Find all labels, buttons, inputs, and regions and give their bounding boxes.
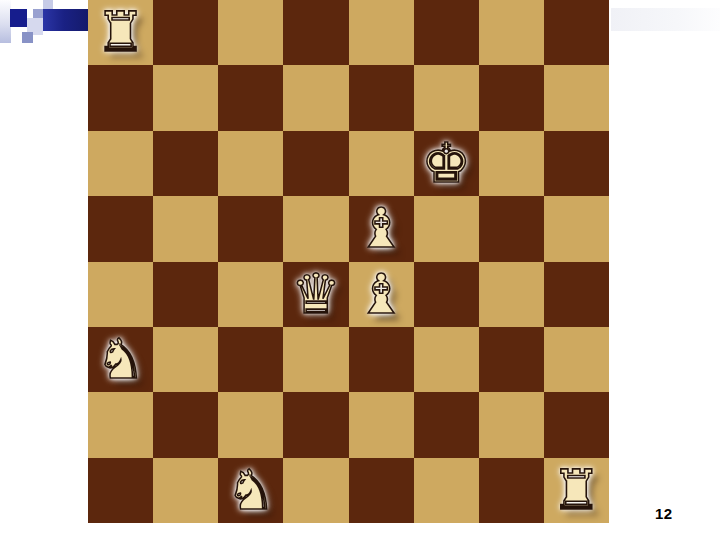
square-b2[interactable] [153, 392, 218, 457]
square-h7[interactable] [544, 65, 609, 130]
square-a4[interactable] [88, 262, 153, 327]
white-king[interactable]: ♚ [414, 131, 479, 196]
square-e6[interactable] [349, 131, 414, 196]
square-c7[interactable] [218, 65, 283, 130]
square-h8[interactable] [544, 0, 609, 65]
square-g3[interactable] [479, 327, 544, 392]
square-h2[interactable] [544, 392, 609, 457]
square-d7[interactable] [283, 65, 348, 130]
square-d1[interactable] [283, 458, 348, 523]
square-b4[interactable] [153, 262, 218, 327]
square-d2[interactable] [283, 392, 348, 457]
decoration-navy-square [10, 9, 27, 27]
square-e5[interactable]: ♝ [349, 196, 414, 261]
square-g6[interactable] [479, 131, 544, 196]
square-f4[interactable] [414, 262, 479, 327]
decoration-top-right-bar [611, 8, 720, 31]
square-h3[interactable] [544, 327, 609, 392]
square-h6[interactable] [544, 131, 609, 196]
square-a1[interactable] [88, 458, 153, 523]
square-h5[interactable] [544, 196, 609, 261]
square-d3[interactable] [283, 327, 348, 392]
white-rook[interactable]: ♜ [88, 0, 153, 65]
square-a5[interactable] [88, 196, 153, 261]
white-knight[interactable]: ♞ [88, 327, 153, 392]
square-a2[interactable] [88, 392, 153, 457]
square-d5[interactable] [283, 196, 348, 261]
square-d8[interactable] [283, 0, 348, 65]
square-a8[interactable]: ♜ [88, 0, 153, 65]
chess-board: ♜♚♝♛♝♞♞♜ [88, 0, 609, 523]
white-knight[interactable]: ♞ [218, 458, 283, 523]
white-bishop[interactable]: ♝ [349, 196, 414, 261]
square-c1[interactable]: ♞ [218, 458, 283, 523]
square-b3[interactable] [153, 327, 218, 392]
square-c3[interactable] [218, 327, 283, 392]
square-a6[interactable] [88, 131, 153, 196]
square-g4[interactable] [479, 262, 544, 327]
square-h4[interactable] [544, 262, 609, 327]
square-f6[interactable]: ♚ [414, 131, 479, 196]
square-a7[interactable] [88, 65, 153, 130]
square-c2[interactable] [218, 392, 283, 457]
square-a3[interactable]: ♞ [88, 327, 153, 392]
square-f7[interactable] [414, 65, 479, 130]
square-f2[interactable] [414, 392, 479, 457]
square-b5[interactable] [153, 196, 218, 261]
square-g8[interactable] [479, 0, 544, 65]
square-e4[interactable]: ♝ [349, 262, 414, 327]
white-rook[interactable]: ♜ [544, 458, 609, 523]
square-f8[interactable] [414, 0, 479, 65]
square-c5[interactable] [218, 196, 283, 261]
square-g5[interactable] [479, 196, 544, 261]
square-g7[interactable] [479, 65, 544, 130]
square-c6[interactable] [218, 131, 283, 196]
square-e3[interactable] [349, 327, 414, 392]
square-c4[interactable] [218, 262, 283, 327]
square-b6[interactable] [153, 131, 218, 196]
decoration-periwinkle-square-low [22, 32, 33, 43]
square-d6[interactable] [283, 131, 348, 196]
white-bishop[interactable]: ♝ [349, 262, 414, 327]
square-b8[interactable] [153, 0, 218, 65]
square-e7[interactable] [349, 65, 414, 130]
square-e1[interactable] [349, 458, 414, 523]
square-b1[interactable] [153, 458, 218, 523]
white-queen[interactable]: ♛ [283, 262, 348, 327]
slide-page-number: 12 [655, 505, 673, 522]
square-h1[interactable]: ♜ [544, 458, 609, 523]
square-f1[interactable] [414, 458, 479, 523]
square-b7[interactable] [153, 65, 218, 130]
square-f3[interactable] [414, 327, 479, 392]
square-d4[interactable]: ♛ [283, 262, 348, 327]
square-c8[interactable] [218, 0, 283, 65]
square-e2[interactable] [349, 392, 414, 457]
square-g2[interactable] [479, 392, 544, 457]
square-e8[interactable] [349, 0, 414, 65]
decoration-navy-bar [43, 9, 89, 31]
square-f5[interactable] [414, 196, 479, 261]
square-g1[interactable] [479, 458, 544, 523]
